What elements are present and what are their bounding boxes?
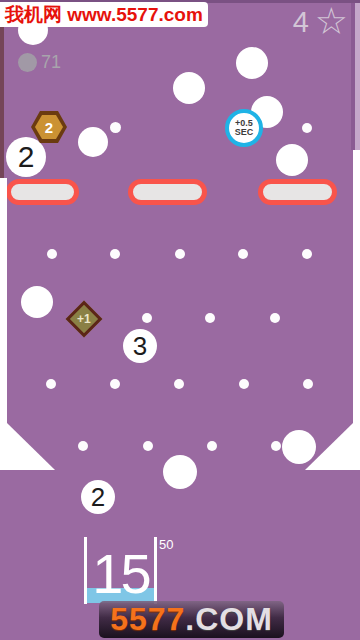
watermark-bottom: 5577 .COM bbox=[99, 601, 284, 638]
diamond-bonus-label: +1 bbox=[77, 312, 91, 326]
watermark-bottom-number: 5577 bbox=[110, 601, 185, 638]
diamond-bonus: +1 bbox=[66, 301, 103, 338]
items-layer: 2 +1 +0.5 SEC bbox=[0, 0, 360, 640]
game-screen[interactable]: 232 2 +1 +0.5 SEC 4 ☆ 71 15 50 bbox=[0, 0, 360, 640]
time-bonus-line2: SEC bbox=[235, 128, 254, 137]
watermark-bottom-domain: .COM bbox=[185, 601, 273, 638]
hexagon-multiplier: 2 bbox=[31, 111, 67, 143]
hexagon-multiplier-label: 2 bbox=[35, 115, 63, 139]
watermark-top: 我机网 www.5577.com bbox=[0, 2, 208, 27]
time-bonus-badge: +0.5 SEC bbox=[225, 109, 263, 147]
